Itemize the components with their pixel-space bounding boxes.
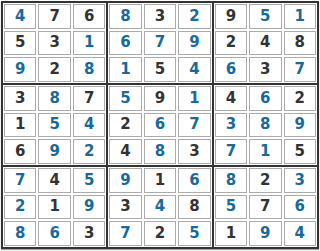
cell-r5c3[interactable]: 4: [73, 113, 105, 138]
cell-r6c1[interactable]: 6: [4, 139, 36, 164]
cell-r1c5[interactable]: 3: [144, 4, 176, 29]
cell-r5c2[interactable]: 5: [38, 113, 70, 138]
cell-r7c2[interactable]: 4: [38, 168, 70, 193]
cell-r7c3[interactable]: 5: [73, 168, 105, 193]
box-r2c2: 591267483: [107, 84, 212, 166]
cell-r8c8[interactable]: 7: [249, 195, 250, 220]
box-r1c1: 476531928: [2, 2, 107, 84]
cell-r3c3[interactable]: 8: [73, 57, 105, 82]
cell-r3c6[interactable]: 4: [178, 57, 210, 82]
box-r1c3: 951248637: [213, 2, 250, 84]
cell-r2c2[interactable]: 3: [38, 31, 70, 56]
cell-r1c7[interactable]: 9: [215, 4, 247, 29]
box-r2c1: 387154692: [2, 84, 107, 166]
cell-r4c6[interactable]: 1: [178, 86, 210, 111]
cell-r2c5[interactable]: 7: [144, 31, 176, 56]
cell-r3c4[interactable]: 1: [109, 57, 141, 82]
cell-r9c3[interactable]: 3: [73, 221, 105, 246]
box-r1c2: 832679154: [107, 2, 212, 84]
cell-r3c2[interactable]: 2: [38, 57, 70, 82]
cell-r3c5[interactable]: 5: [144, 57, 176, 82]
cell-r1c4[interactable]: 8: [109, 4, 141, 29]
cell-r4c3[interactable]: 7: [73, 86, 105, 111]
cell-r2c8[interactable]: 4: [249, 31, 250, 56]
sudoku-board: 4765319288326791549512486373871546925912…: [1, 1, 250, 249]
cell-r8c3[interactable]: 9: [73, 195, 105, 220]
cell-r2c3[interactable]: 1: [73, 31, 105, 56]
cell-r2c4[interactable]: 6: [109, 31, 141, 56]
cell-r1c6[interactable]: 2: [178, 4, 210, 29]
box-r3c3: 823576194: [213, 166, 250, 248]
box-r2c3: 462389715: [213, 84, 250, 166]
cell-r2c1[interactable]: 5: [4, 31, 36, 56]
cell-r4c7[interactable]: 4: [215, 86, 247, 111]
cell-r4c2[interactable]: 8: [38, 86, 70, 111]
cell-r7c6[interactable]: 6: [178, 168, 210, 193]
cell-r7c4[interactable]: 9: [109, 168, 141, 193]
cell-r8c2[interactable]: 1: [38, 195, 70, 220]
cell-r8c7[interactable]: 5: [215, 195, 247, 220]
cell-r9c2[interactable]: 6: [38, 221, 70, 246]
cell-r9c6[interactable]: 5: [178, 221, 210, 246]
cell-r2c7[interactable]: 2: [215, 31, 247, 56]
cell-r3c7[interactable]: 6: [215, 57, 247, 82]
cell-r6c5[interactable]: 8: [144, 139, 176, 164]
cell-r5c1[interactable]: 1: [4, 113, 36, 138]
cell-r7c7[interactable]: 8: [215, 168, 247, 193]
box-r3c1: 745219863: [2, 166, 107, 248]
cell-r1c2[interactable]: 7: [38, 4, 70, 29]
cell-r9c8[interactable]: 9: [249, 221, 250, 246]
cell-r7c1[interactable]: 7: [4, 168, 36, 193]
cell-r8c5[interactable]: 4: [144, 195, 176, 220]
cell-r3c8[interactable]: 3: [249, 57, 250, 82]
cell-r5c7[interactable]: 3: [215, 113, 247, 138]
cell-r8c1[interactable]: 2: [4, 195, 36, 220]
cell-r7c5[interactable]: 1: [144, 168, 176, 193]
cell-r5c6[interactable]: 7: [178, 113, 210, 138]
cell-r7c8[interactable]: 2: [249, 168, 250, 193]
cell-r4c1[interactable]: 3: [4, 86, 36, 111]
cell-r5c5[interactable]: 6: [144, 113, 176, 138]
cell-r4c4[interactable]: 5: [109, 86, 141, 111]
cell-r3c1[interactable]: 9: [4, 57, 36, 82]
cell-r1c1[interactable]: 4: [4, 4, 36, 29]
cell-r6c6[interactable]: 3: [178, 139, 210, 164]
cell-r8c6[interactable]: 8: [178, 195, 210, 220]
cell-r9c5[interactable]: 2: [144, 221, 176, 246]
cell-r5c8[interactable]: 8: [249, 113, 250, 138]
cell-r9c4[interactable]: 7: [109, 221, 141, 246]
cell-r9c1[interactable]: 8: [4, 221, 36, 246]
cell-r6c2[interactable]: 9: [38, 139, 70, 164]
cell-r1c3[interactable]: 6: [73, 4, 105, 29]
cell-r8c4[interactable]: 3: [109, 195, 141, 220]
cell-r4c5[interactable]: 9: [144, 86, 176, 111]
cell-r4c8[interactable]: 6: [249, 86, 250, 111]
cell-r6c4[interactable]: 4: [109, 139, 141, 164]
cell-r6c3[interactable]: 2: [73, 139, 105, 164]
cell-r6c8[interactable]: 1: [249, 139, 250, 164]
cell-r5c4[interactable]: 2: [109, 113, 141, 138]
cell-r1c8[interactable]: 5: [249, 4, 250, 29]
cell-r2c6[interactable]: 9: [178, 31, 210, 56]
cell-r9c7[interactable]: 1: [215, 221, 247, 246]
box-r3c2: 916348725: [107, 166, 212, 248]
cell-r6c7[interactable]: 7: [215, 139, 247, 164]
